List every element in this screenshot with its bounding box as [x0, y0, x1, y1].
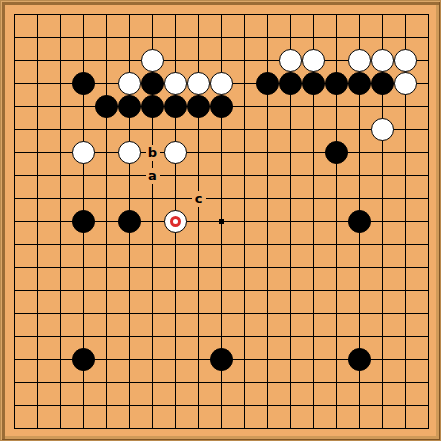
black-stone[interactable] [187, 95, 210, 118]
black-stone[interactable] [164, 95, 187, 118]
black-stone[interactable] [348, 348, 371, 371]
white-stone[interactable] [164, 141, 187, 164]
white-stone[interactable] [348, 49, 371, 72]
black-stone[interactable] [72, 210, 95, 233]
white-stone[interactable] [371, 118, 394, 141]
black-stone[interactable] [72, 348, 95, 371]
black-stone[interactable] [118, 210, 141, 233]
move-label-c[interactable]: c [192, 191, 206, 207]
black-stone[interactable] [210, 348, 233, 371]
black-stone[interactable] [256, 72, 279, 95]
marked-white-stone[interactable] [164, 210, 187, 233]
black-stone[interactable] [95, 95, 118, 118]
black-stone[interactable] [348, 210, 371, 233]
black-stone[interactable] [141, 72, 164, 95]
black-stone[interactable] [118, 95, 141, 118]
go-diagram: bac [0, 0, 441, 441]
board-grid[interactable]: bac [14, 14, 429, 429]
white-stone[interactable] [72, 141, 95, 164]
move-label-b[interactable]: b [146, 145, 160, 161]
black-stone[interactable] [141, 95, 164, 118]
black-stone[interactable] [325, 72, 348, 95]
white-stone[interactable] [141, 49, 164, 72]
white-stone[interactable] [210, 72, 233, 95]
black-stone[interactable] [371, 72, 394, 95]
black-stone[interactable] [348, 72, 371, 95]
white-stone[interactable] [394, 72, 417, 95]
white-stone[interactable] [302, 49, 325, 72]
white-stone[interactable] [279, 49, 302, 72]
white-stone[interactable] [371, 49, 394, 72]
move-label-a[interactable]: a [146, 168, 160, 184]
star-point [219, 219, 224, 224]
black-stone[interactable] [279, 72, 302, 95]
black-stone[interactable] [210, 95, 233, 118]
white-stone[interactable] [118, 141, 141, 164]
circle-marker-icon [170, 216, 181, 227]
black-stone[interactable] [302, 72, 325, 95]
white-stone[interactable] [118, 72, 141, 95]
go-board[interactable]: bac [0, 0, 441, 441]
white-stone[interactable] [164, 72, 187, 95]
black-stone[interactable] [72, 72, 95, 95]
white-stone[interactable] [187, 72, 210, 95]
white-stone[interactable] [394, 49, 417, 72]
black-stone[interactable] [325, 141, 348, 164]
